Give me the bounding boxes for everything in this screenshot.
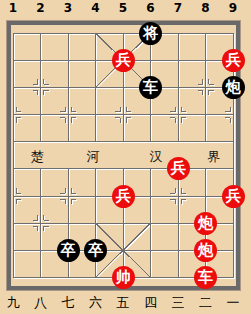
red-chariot-piece[interactable]: 车	[194, 266, 217, 289]
file-label-bottom-2: 八	[30, 296, 52, 310]
file-label-bottom-4: 六	[85, 296, 107, 310]
file-label-bottom-8: 二	[195, 296, 217, 310]
red-general-piece[interactable]: 帅	[112, 266, 135, 289]
file-label-bottom-1: 九	[2, 296, 24, 310]
file-label-bottom-5: 五	[112, 296, 134, 310]
river-text-3: 汉	[148, 149, 164, 164]
black-cannon-piece[interactable]: 炮	[222, 76, 245, 99]
river-text-1: 楚	[29, 149, 45, 164]
red-soldier-piece[interactable]: 兵	[112, 49, 135, 72]
file-label-bottom-9: 一	[222, 296, 244, 310]
red-soldier-piece[interactable]: 兵	[222, 185, 245, 208]
black-soldier-piece[interactable]: 卒	[57, 239, 80, 262]
red-soldier-piece[interactable]: 兵	[112, 185, 135, 208]
black-chariot-piece[interactable]: 车	[139, 76, 162, 99]
file-label-bottom-3: 七	[57, 296, 79, 310]
red-cannon-piece[interactable]: 炮	[194, 239, 217, 262]
file-label-bottom-6: 四	[140, 296, 162, 310]
black-soldier-piece[interactable]: 卒	[84, 239, 107, 262]
black-general-piece[interactable]: 将	[139, 22, 162, 45]
red-cannon-piece[interactable]: 炮	[194, 212, 217, 235]
file-label-bottom-7: 三	[167, 296, 189, 310]
red-soldier-piece[interactable]: 兵	[167, 157, 190, 180]
red-soldier-piece[interactable]: 兵	[222, 49, 245, 72]
xiangqi-app: 123456789 楚河汉界 将兵兵车炮兵兵兵炮卒卒炮帅车 九八七六五四三二一	[0, 0, 251, 314]
river-text-4: 界	[206, 149, 222, 164]
river-text-2: 河	[85, 149, 101, 164]
